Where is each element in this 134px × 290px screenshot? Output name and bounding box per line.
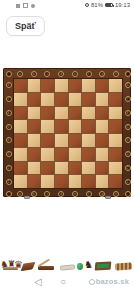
corner-ring: [6, 71, 12, 77]
coord-ring-c: c: [44, 191, 50, 197]
thumbnail-6-green-box[interactable]: [94, 259, 111, 270]
coord-ring-5: 5: [6, 124, 12, 130]
alarm-icon: [85, 3, 89, 7]
coord-ring-b: b: [31, 71, 37, 77]
status-time: 19:13: [115, 2, 130, 8]
square-b1: [28, 175, 41, 188]
coord-ring-7: 7: [6, 96, 12, 102]
coord-ring-d: d: [58, 71, 64, 77]
square-f5: [82, 120, 95, 133]
square-a5: [14, 120, 27, 133]
coord-ring-a: a: [17, 191, 23, 197]
square-d5: [55, 120, 68, 133]
square-e6: [69, 107, 82, 120]
back-button[interactable]: Späť: [6, 16, 45, 36]
square-g8: [96, 79, 109, 92]
status-bar: 81% 19:13: [0, 0, 134, 12]
coord-ring-h: h: [113, 71, 119, 77]
board-hinge-left: [24, 196, 30, 199]
square-b4: [28, 134, 41, 147]
square-g4: [96, 134, 109, 147]
coord-ring-h: h: [113, 191, 119, 197]
light-board-shape: [60, 264, 75, 270]
square-c4: [41, 134, 54, 147]
square-g2: [96, 162, 109, 175]
square-g6: [96, 107, 109, 120]
coord-ring-b: b: [31, 191, 37, 197]
square-c5: [41, 120, 54, 133]
board-base-shape: [38, 266, 54, 270]
square-h5: [109, 120, 122, 133]
coord-ring-3: 3: [125, 151, 131, 157]
coord-ring-8: 8: [125, 82, 131, 88]
square-b6: [28, 107, 41, 120]
coord-ring-4: 4: [125, 137, 131, 143]
thumbnail-2-folded-board[interactable]: [21, 260, 35, 270]
thumbnail-4-light-board[interactable]: [59, 262, 76, 270]
square-h8: [109, 79, 122, 92]
corner-ring: [125, 191, 131, 197]
square-e3: [69, 148, 82, 161]
square-c6: [41, 107, 54, 120]
square-f4: [82, 134, 95, 147]
coord-ring-d: d: [58, 191, 64, 197]
thumbnail-7-rolled-board[interactable]: [114, 261, 133, 270]
coord-ring-1: 1: [125, 179, 131, 185]
coord-ring-7: 7: [125, 96, 131, 102]
coord-ring-2: 2: [125, 165, 131, 171]
coord-ring-6: 6: [125, 110, 131, 116]
square-d3: [55, 148, 68, 161]
corner-ring: [6, 191, 12, 197]
square-h2: [109, 162, 122, 175]
square-f6: [82, 107, 95, 120]
battery-icon: [105, 3, 113, 7]
square-h4: [109, 134, 122, 147]
coord-ring-e: e: [72, 71, 78, 77]
notification-icon-3: [31, 4, 35, 8]
board-base-shape: [3, 267, 18, 270]
coord-ring-a: a: [17, 71, 23, 77]
square-c8: [41, 79, 54, 92]
thumbnail-3-open-lid[interactable]: [37, 257, 56, 270]
coord-ring-4: 4: [6, 137, 12, 143]
nav-home-icon[interactable]: ○: [60, 277, 66, 287]
square-f1: [82, 175, 95, 188]
square-g5: [96, 120, 109, 133]
square-f8: [82, 79, 95, 92]
square-f2: [82, 162, 95, 175]
coord-ring-g: g: [99, 71, 105, 77]
coord-ring-f: f: [86, 191, 92, 197]
square-a1: [14, 175, 27, 188]
coord-ring-5: 5: [125, 124, 131, 130]
watermark-text: bazos.sk: [96, 277, 129, 286]
knight-piece-glyph: ♞: [84, 260, 93, 270]
square-a4: [14, 134, 27, 147]
thumbnail-1-pieces[interactable]: ♞♜♛: [3, 253, 18, 270]
square-e1: [69, 175, 82, 188]
watermark: bazos.sk: [89, 277, 129, 286]
square-b8: [28, 79, 41, 92]
square-g1: [96, 175, 109, 188]
status-left-icons: [16, 3, 35, 8]
status-right: 81% 19:13: [85, 2, 130, 8]
square-h1: [109, 175, 122, 188]
square-b2: [28, 162, 41, 175]
nav-back-icon[interactable]: ◁: [34, 277, 42, 287]
coord-ring-f: f: [86, 71, 92, 77]
square-d1: [55, 175, 68, 188]
square-b7: [28, 93, 41, 106]
watermark-logo-icon: [89, 279, 95, 285]
notification-icon-1: [16, 4, 20, 8]
corner-ring: [125, 71, 131, 77]
square-d8: [55, 79, 68, 92]
battery-percent: 81%: [91, 2, 103, 8]
square-a3: [14, 148, 27, 161]
square-e8: [69, 79, 82, 92]
square-d4: [55, 134, 68, 147]
square-d2: [55, 162, 68, 175]
square-c1: [41, 175, 54, 188]
folded-board-shape: [21, 262, 36, 271]
square-e7: [69, 93, 82, 106]
square-h7: [109, 93, 122, 106]
coord-ring-3: 3: [6, 151, 12, 157]
square-d7: [55, 93, 68, 106]
square-c7: [41, 93, 54, 106]
main-photo-chess-board[interactable]: aabbccddeeffgghh8877665544332211: [3, 68, 131, 197]
coord-ring-6: 6: [6, 110, 12, 116]
board-squares: [13, 78, 123, 189]
square-f7: [82, 93, 95, 106]
coord-ring-e: e: [72, 191, 78, 197]
square-a8: [14, 79, 27, 92]
square-h3: [109, 148, 122, 161]
open-box-shape: [94, 262, 111, 271]
board-frame: aabbccddeeffgghh8877665544332211: [3, 68, 131, 197]
coord-ring-c: c: [44, 71, 50, 77]
square-a6: [14, 107, 27, 120]
thumbnail-5-felt-knight[interactable]: ♞: [77, 258, 93, 270]
coord-ring-1: 1: [6, 179, 12, 185]
square-b5: [28, 120, 41, 133]
square-e4: [69, 134, 82, 147]
square-c3: [41, 148, 54, 161]
coord-ring-8: 8: [6, 82, 12, 88]
square-g7: [96, 93, 109, 106]
square-h6: [109, 107, 122, 120]
square-a2: [14, 162, 27, 175]
rolled-board-shape: [115, 262, 132, 270]
square-e2: [69, 162, 82, 175]
green-felt-shape: [77, 263, 83, 270]
square-d6: [55, 107, 68, 120]
board-hinge-right: [105, 196, 111, 199]
square-c2: [41, 162, 54, 175]
square-f3: [82, 148, 95, 161]
square-b3: [28, 148, 41, 161]
square-a7: [14, 93, 27, 106]
notification-icon-2: [23, 3, 28, 8]
square-e5: [69, 120, 82, 133]
square-g3: [96, 148, 109, 161]
coord-ring-2: 2: [6, 165, 12, 171]
